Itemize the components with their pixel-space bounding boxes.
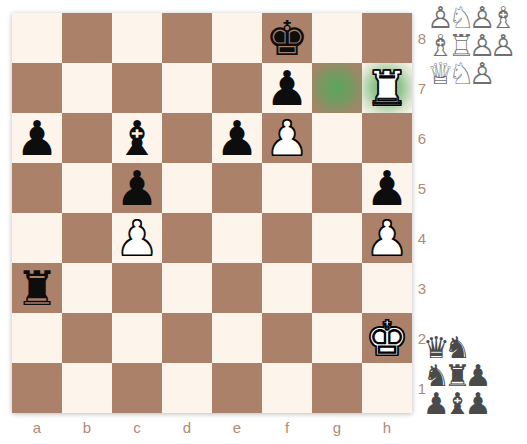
square-a4[interactable] [12,213,62,263]
square-h6[interactable] [362,113,412,163]
square-d5[interactable] [162,163,212,213]
piece-black-king[interactable]: ♚ [265,13,308,63]
square-h2[interactable]: ♚ [362,313,412,363]
captured-row: ♟♝♟ [423,390,486,418]
file-label-d: d [162,413,212,441]
square-g5[interactable] [312,163,362,213]
square-a3[interactable]: ♜ [12,263,62,313]
square-g1[interactable] [312,363,362,413]
square-c7[interactable] [112,63,162,113]
square-f5[interactable] [262,163,312,213]
square-f4[interactable] [262,213,312,263]
square-h1[interactable] [362,363,412,413]
captured-piece-white-pawn: ♙ [469,60,496,88]
square-c4[interactable]: ♟ [112,213,162,263]
square-f7[interactable]: ♟ [262,63,312,113]
file-label-g: g [312,413,362,441]
square-b7[interactable] [62,63,112,113]
square-a7[interactable] [12,63,62,113]
piece-black-pawn[interactable]: ♟ [265,63,308,113]
square-g2[interactable] [312,313,362,363]
piece-black-pawn[interactable]: ♟ [215,113,258,163]
square-d1[interactable] [162,363,212,413]
file-label-a: a [12,413,62,441]
piece-white-pawn[interactable]: ♟ [365,213,408,263]
piece-white-rook[interactable]: ♜ [365,63,408,113]
piece-white-pawn[interactable]: ♟ [115,213,158,263]
square-f2[interactable] [262,313,312,363]
square-d4[interactable] [162,213,212,263]
square-b6[interactable] [62,113,112,163]
square-b2[interactable] [62,313,112,363]
square-e8[interactable] [212,13,262,63]
square-c1[interactable] [112,363,162,413]
piece-black-pawn[interactable]: ♟ [115,163,158,213]
square-b8[interactable] [62,13,112,63]
square-h7[interactable]: ♜ [362,63,412,113]
square-g8[interactable] [312,13,362,63]
square-a1[interactable] [12,363,62,413]
square-a5[interactable] [12,163,62,213]
square-f3[interactable] [262,263,312,313]
square-e2[interactable] [212,313,262,363]
square-b4[interactable] [62,213,112,263]
square-e3[interactable] [212,263,262,313]
square-e6[interactable]: ♟ [212,113,262,163]
square-d3[interactable] [162,263,212,313]
captured-row: ♕♘♙ [427,60,511,88]
file-label-f: f [262,413,312,441]
square-b3[interactable] [62,263,112,313]
square-c3[interactable] [112,263,162,313]
square-a6[interactable]: ♟ [12,113,62,163]
square-c6[interactable]: ♝ [112,113,162,163]
square-g4[interactable] [312,213,362,263]
square-e4[interactable] [212,213,262,263]
square-d2[interactable] [162,313,212,363]
square-d8[interactable] [162,13,212,63]
piece-white-pawn[interactable]: ♟ [265,113,308,163]
rank-label-6: 6 [413,113,431,163]
file-label-e: e [212,413,262,441]
square-b1[interactable] [62,363,112,413]
piece-black-pawn[interactable]: ♟ [15,113,58,163]
square-f1[interactable] [262,363,312,413]
captured-white-pieces-tray: ♙♘♙♗♗♖♙♙♕♘♙ [427,4,511,88]
square-e5[interactable] [212,163,262,213]
square-e1[interactable] [212,363,262,413]
captured-piece-black-pawn: ♟ [465,390,492,418]
square-b5[interactable] [62,163,112,213]
piece-black-rook[interactable]: ♜ [15,263,58,313]
square-c5[interactable]: ♟ [112,163,162,213]
rank-label-3: 3 [413,263,431,313]
file-label-c: c [112,413,162,441]
captured-black-pieces-tray: ♛♞♞♜♟♟♝♟ [423,334,486,418]
piece-black-pawn[interactable]: ♟ [365,163,408,213]
square-f6[interactable]: ♟ [262,113,312,163]
square-a2[interactable] [12,313,62,363]
square-d6[interactable] [162,113,212,163]
square-a8[interactable] [12,13,62,63]
chess-app-window: ♚♟♜♟♝♟♟♟♟♟♟♜♚ 87654321 abcdefgh ♙♘♙♗♗♖♙♙… [0,0,527,444]
file-label-b: b [62,413,112,441]
file-labels-row: abcdefgh [12,413,412,441]
square-h3[interactable] [362,263,412,313]
file-label-h: h [362,413,412,441]
piece-white-king[interactable]: ♚ [365,313,408,363]
square-c8[interactable] [112,13,162,63]
square-e7[interactable] [212,63,262,113]
square-g7[interactable] [312,63,362,113]
square-h8[interactable] [362,13,412,63]
square-g6[interactable] [312,113,362,163]
chess-board[interactable]: ♚♟♜♟♝♟♟♟♟♟♟♜♚ [12,13,412,413]
square-g3[interactable] [312,263,362,313]
square-c2[interactable] [112,313,162,363]
rank-label-5: 5 [413,163,431,213]
rank-label-4: 4 [413,213,431,263]
square-h5[interactable]: ♟ [362,163,412,213]
square-h4[interactable]: ♟ [362,213,412,263]
piece-black-bishop[interactable]: ♝ [115,113,158,163]
square-f8[interactable]: ♚ [262,13,312,63]
square-d7[interactable] [162,63,212,113]
